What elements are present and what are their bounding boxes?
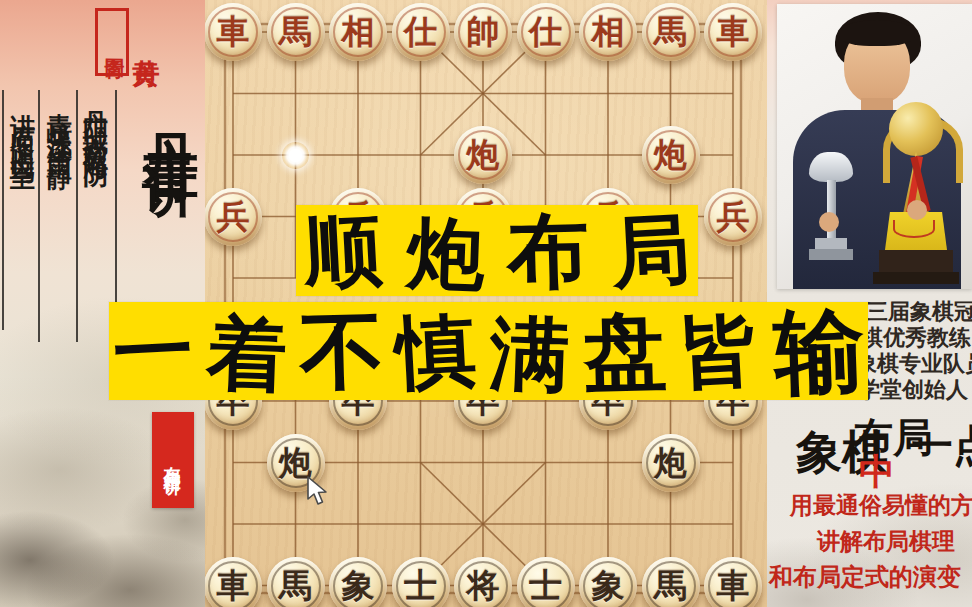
piece-glyph: 相 [579, 3, 637, 61]
slogan-lines: 用最通俗易懂的方式 讲解布局棋理 和布局定式的演变 [767, 487, 972, 595]
piece-black-士[interactable]: 士 [517, 557, 575, 607]
piece-glyph: 馬 [267, 3, 325, 61]
credential-line: 象棋专业队员 [855, 350, 972, 376]
title-overlay-line1: 顺炮布局 [296, 205, 698, 296]
piece-black-象[interactable]: 象 [579, 557, 637, 607]
piece-glyph: 相 [329, 3, 387, 61]
title-overlay-line2: 一着不慎满盘皆输 [109, 302, 868, 400]
column-divider [76, 90, 78, 342]
piece-glyph: 兵 [205, 188, 262, 246]
piece-glyph: 象 [579, 557, 637, 607]
piece-red-馬[interactable]: 馬 [267, 3, 325, 61]
piece-red-炮[interactable]: 炮 [454, 126, 512, 184]
piece-glyph: 車 [704, 557, 762, 607]
piece-black-車[interactable]: 車 [704, 557, 762, 607]
slogan-line: 和布局定式的演变 [769, 559, 972, 595]
piece-red-車[interactable]: 車 [205, 3, 262, 61]
poem-column-2: 青嶂浅深当雨静 [43, 92, 76, 155]
piece-black-象[interactable]: 象 [329, 557, 387, 607]
piece-glyph: 車 [704, 3, 762, 61]
coach-hand-left [819, 212, 839, 232]
piece-glyph: 仕 [517, 3, 575, 61]
piece-glyph: 士 [392, 557, 450, 607]
piece-glyph: 炮 [642, 126, 700, 184]
piece-glyph: 車 [205, 3, 262, 61]
piece-black-馬[interactable]: 馬 [642, 557, 700, 607]
credential-line: 学堂创始人 [858, 376, 972, 402]
piece-glyph: 馬 [642, 557, 700, 607]
coach-hand-right [907, 200, 927, 220]
piece-red-車[interactable]: 車 [704, 3, 762, 61]
piece-black-士[interactable]: 士 [392, 557, 450, 607]
piece-red-馬[interactable]: 馬 [642, 3, 700, 61]
artist-seals: 青图 黄丹 [95, 8, 160, 76]
poem-column-3: 讲席旧逢山鸟至 [6, 94, 39, 157]
piece-black-将[interactable]: 将 [454, 557, 512, 607]
piece-glyph: 象 [329, 557, 387, 607]
piece-glyph: 馬 [267, 557, 325, 607]
mouse-cursor-icon [306, 476, 328, 510]
coach-photo [777, 4, 972, 289]
piece-glyph: 仕 [392, 3, 450, 61]
piece-glyph: 兵 [704, 188, 762, 246]
piece-black-炮[interactable]: 炮 [642, 434, 700, 492]
piece-glyph: 帥 [454, 3, 512, 61]
credential-line: 三届象棋冠军 [866, 298, 972, 324]
slogan-line: 用最通俗易懂的方式 [790, 487, 972, 523]
thumbnail-root: 青图 黄丹 丹青讲 丹阳城南秋海阴 青嶂浅深当雨静 讲席旧逢山鸟至 布局精讲 車… [0, 0, 972, 607]
piece-glyph: 士 [517, 557, 575, 607]
gold-trophy [881, 100, 953, 286]
piece-red-相[interactable]: 相 [329, 3, 387, 61]
piece-glyph: 炮 [642, 434, 700, 492]
slogan-line: 讲解布局棋理 [817, 523, 972, 559]
piece-glyph: 将 [454, 557, 512, 607]
last-move-origin-marker [282, 142, 309, 169]
logo-part-yidiantong: 一点通 [911, 418, 972, 474]
seal-stamp-left: 青图 [95, 8, 129, 76]
piece-red-兵[interactable]: 兵 [704, 188, 762, 246]
series-title-vertical: 丹青讲 [134, 88, 205, 130]
channel-logo: 象棋 布局 中 一点通 [767, 408, 972, 488]
piece-red-炮[interactable]: 炮 [642, 126, 700, 184]
piece-black-馬[interactable]: 馬 [267, 557, 325, 607]
piece-red-仕[interactable]: 仕 [392, 3, 450, 61]
piece-red-相[interactable]: 相 [579, 3, 637, 61]
seal-stamp-right: 黄丹 [133, 8, 160, 74]
column-divider [2, 90, 4, 330]
poem-column-1: 丹阳城南秋海阴 [79, 90, 112, 153]
piece-black-車[interactable]: 車 [205, 557, 262, 607]
piece-red-仕[interactable]: 仕 [517, 3, 575, 61]
series-tag-banner: 布局精讲 [152, 412, 194, 508]
piece-glyph: 車 [205, 557, 262, 607]
piece-glyph: 馬 [642, 3, 700, 61]
piece-red-帥[interactable]: 帥 [454, 3, 512, 61]
piece-red-兵[interactable]: 兵 [205, 188, 262, 246]
coach-hair-fringe [839, 20, 915, 46]
piece-glyph: 炮 [454, 126, 512, 184]
